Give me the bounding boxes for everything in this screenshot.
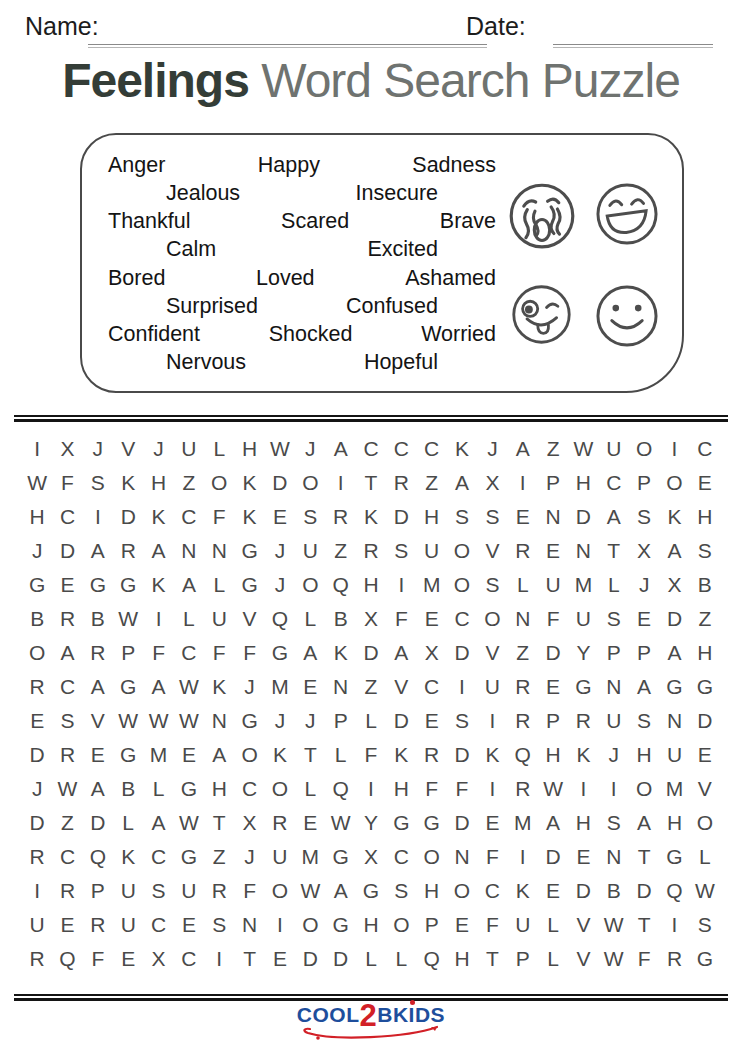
grid-cell: O xyxy=(447,568,477,602)
grid-cell: L xyxy=(538,908,568,942)
grid-cell: I xyxy=(325,466,355,500)
grid-cell: D xyxy=(629,874,659,908)
grid-cell: G xyxy=(174,840,204,874)
grid-cell: F xyxy=(356,738,386,772)
grid-cell: E xyxy=(174,908,204,942)
grid-cell: L xyxy=(690,840,720,874)
grid-cell: G xyxy=(690,942,720,976)
word-list-item: Loved xyxy=(256,266,315,291)
grid-cell: K xyxy=(477,738,507,772)
date-input-line[interactable] xyxy=(553,44,713,48)
grid-cell: D xyxy=(447,738,477,772)
word-list-item: Thankful xyxy=(108,209,190,234)
grid-cell: N xyxy=(234,908,264,942)
grid-cell: U xyxy=(174,432,204,466)
grid-cell: S xyxy=(447,704,477,738)
grid-cell: S xyxy=(52,704,82,738)
grid-cell: S xyxy=(690,534,720,568)
grid-cell: E xyxy=(417,704,447,738)
grid-cell: M xyxy=(265,670,295,704)
logo-i-dot xyxy=(410,1000,415,1005)
grid-cell: R xyxy=(508,772,538,806)
grid-cell: Z xyxy=(508,636,538,670)
grid-cell: H xyxy=(629,738,659,772)
grid-cell: T xyxy=(204,806,234,840)
grid-cell: P xyxy=(599,636,629,670)
grid-cell: O xyxy=(629,772,659,806)
word-list-item: Confused xyxy=(346,294,438,319)
grid-cell: Z xyxy=(690,602,720,636)
logo-ds: DS xyxy=(415,1003,445,1026)
word-list: AngerHappySadnessJealousInsecureThankful… xyxy=(108,151,496,379)
grid-cell: C xyxy=(174,636,204,670)
grid-cell: F xyxy=(52,466,82,500)
brand-logo: COOL2BKIDS xyxy=(296,1002,446,1041)
grid-cell: M xyxy=(568,568,598,602)
grid-cell: W xyxy=(599,908,629,942)
word-list-item: Calm xyxy=(166,237,216,262)
grid-cell: A xyxy=(659,636,689,670)
grid-cell: I xyxy=(386,568,416,602)
grid-cell: F xyxy=(629,942,659,976)
grid-cell: E xyxy=(508,500,538,534)
word-row: BoredLovedAshamed xyxy=(108,266,496,291)
logo-two: 2 xyxy=(360,998,378,1033)
grid-cell: L xyxy=(113,806,143,840)
grid-cell: D xyxy=(325,942,355,976)
grid-cell: M xyxy=(417,568,447,602)
grid-cell: X xyxy=(52,432,82,466)
grid-cell: W xyxy=(113,704,143,738)
grid-cell: K xyxy=(113,840,143,874)
grid-cell: W xyxy=(174,704,204,738)
grid-cell: F xyxy=(477,840,507,874)
grid-cell: C xyxy=(447,602,477,636)
emoji-panel xyxy=(496,151,664,379)
grid-cell: H xyxy=(690,636,720,670)
grid-cell: P xyxy=(538,704,568,738)
grid-cell: N xyxy=(568,534,598,568)
grid-cell: O xyxy=(447,874,477,908)
grid-cell: R xyxy=(22,670,52,704)
grid-cell: Y xyxy=(568,636,598,670)
grid-cell: S xyxy=(599,806,629,840)
grid-cell: K xyxy=(143,500,173,534)
grid-cell: D xyxy=(538,636,568,670)
grid-cell: J xyxy=(629,568,659,602)
grid-cell: A xyxy=(143,806,173,840)
grid-cell: I xyxy=(83,500,113,534)
grid-cell: S xyxy=(386,874,416,908)
grid-cell: S xyxy=(629,500,659,534)
grid-cell: Q xyxy=(52,942,82,976)
grid-cell: D xyxy=(659,602,689,636)
grid-cell: S xyxy=(83,466,113,500)
grid-cell: P xyxy=(83,874,113,908)
grid-cell: R xyxy=(508,704,538,738)
grid-cell: R xyxy=(113,534,143,568)
grid-cell: C xyxy=(690,432,720,466)
grid-cell: A xyxy=(83,772,113,806)
grid-cell: L xyxy=(143,772,173,806)
grid-cell: O xyxy=(386,908,416,942)
grid-cell: R xyxy=(568,704,598,738)
grid-cell: U xyxy=(599,704,629,738)
grid-cell: J xyxy=(295,704,325,738)
grid-cell: L xyxy=(204,432,234,466)
grid-cell: W xyxy=(325,806,355,840)
grid-cell: L xyxy=(356,704,386,738)
grid-cell: I xyxy=(143,602,173,636)
grid-cell: U xyxy=(417,534,447,568)
grid-cell: A xyxy=(629,670,659,704)
grid-cell: E xyxy=(52,568,82,602)
word-list-item: Nervous xyxy=(166,350,246,375)
logo-bk: BK xyxy=(377,1003,408,1026)
grid-cell: D xyxy=(568,500,598,534)
grid-cell: P xyxy=(325,704,355,738)
grid-cell: K xyxy=(234,466,264,500)
grid-cell: E xyxy=(113,942,143,976)
grid-cell: R xyxy=(22,840,52,874)
grid-cell: H xyxy=(417,874,447,908)
grid-cell: C xyxy=(477,874,507,908)
grid-cell: B xyxy=(22,602,52,636)
grid-cell: B xyxy=(83,602,113,636)
grid-cell: S xyxy=(386,534,416,568)
grid-cell: A xyxy=(447,466,477,500)
grid-cell: J xyxy=(295,432,325,466)
grid-cell: F xyxy=(234,636,264,670)
grid-cell: E xyxy=(52,908,82,942)
letter-grid: IXJVJULHWJACCCKJAZWUOICWFSKHZOKDOITRZAXI… xyxy=(22,432,720,976)
word-list-item: Shocked xyxy=(269,322,353,347)
grid-cell: S xyxy=(295,500,325,534)
grid-cell: F xyxy=(83,942,113,976)
grid-cell: I xyxy=(568,772,598,806)
word-list-item: Jealous xyxy=(166,181,240,206)
grid-cell: P xyxy=(113,636,143,670)
grid-cell: O xyxy=(629,432,659,466)
grid-cell: W xyxy=(295,874,325,908)
grid-cell: L xyxy=(386,942,416,976)
grid-cell: A xyxy=(629,806,659,840)
grid-cell: E xyxy=(477,806,507,840)
grid-cell: A xyxy=(386,636,416,670)
grid-cell: I xyxy=(508,840,538,874)
grid-cell: O xyxy=(22,636,52,670)
grid-cell: A xyxy=(508,432,538,466)
grid-cell: W xyxy=(113,602,143,636)
grid-cell: V xyxy=(386,670,416,704)
grid-cell: O xyxy=(295,568,325,602)
grid-cell: F xyxy=(386,602,416,636)
grid-cell: P xyxy=(417,908,447,942)
grid-cell: C xyxy=(356,432,386,466)
grid-cell: G xyxy=(113,670,143,704)
grid-cell: Q xyxy=(325,772,355,806)
grid-cell: D xyxy=(447,806,477,840)
name-input-line[interactable] xyxy=(88,44,487,48)
grid-cell: L xyxy=(295,602,325,636)
grid-cell: K xyxy=(659,500,689,534)
grid-cell: A xyxy=(143,670,173,704)
grid-cell: P xyxy=(538,466,568,500)
grid-cell: A xyxy=(204,738,234,772)
grid-cell: G xyxy=(356,874,386,908)
word-row: NervousHopeful xyxy=(108,350,496,375)
grid-cell: R xyxy=(356,534,386,568)
footer: COOL2BKIDS xyxy=(0,1002,742,1041)
grid-cell: C xyxy=(143,908,173,942)
logo-i: I xyxy=(409,1002,415,1028)
word-list-item: Happy xyxy=(258,153,320,178)
grid-top-rule xyxy=(14,415,728,422)
word-row: ThankfulScaredBrave xyxy=(108,209,496,234)
grid-cell: A xyxy=(295,636,325,670)
grid-cell: G xyxy=(234,568,264,602)
grid-cell: C xyxy=(143,840,173,874)
grid-cell: K xyxy=(325,636,355,670)
grid-cell: G xyxy=(265,636,295,670)
grid-cell: U xyxy=(295,534,325,568)
grid-cell: G xyxy=(690,670,720,704)
grid-cell: P xyxy=(508,942,538,976)
grid-cell: D xyxy=(690,704,720,738)
grid-cell: X xyxy=(659,568,689,602)
grid-cell: T xyxy=(629,840,659,874)
grid-cell: J xyxy=(265,534,295,568)
grid-cell: Z xyxy=(52,806,82,840)
grid-cell: E xyxy=(690,738,720,772)
grid-cell: Q xyxy=(83,840,113,874)
grid-cell: W xyxy=(143,704,173,738)
grid-cell: N xyxy=(325,670,355,704)
grid-cell: I xyxy=(659,908,689,942)
grid-cell: O xyxy=(295,908,325,942)
grid-cell: D xyxy=(265,466,295,500)
grid-cell: Q xyxy=(325,568,355,602)
grid-cell: B xyxy=(113,772,143,806)
word-list-item: Excited xyxy=(367,237,438,262)
grid-cell: Q xyxy=(659,874,689,908)
grid-cell: C xyxy=(174,500,204,534)
word-row: AngerHappySadness xyxy=(108,153,496,178)
grid-cell: K xyxy=(386,738,416,772)
grid-cell: C xyxy=(417,432,447,466)
grid-cell: A xyxy=(325,432,355,466)
grid-cell: X xyxy=(143,942,173,976)
word-list-item: Ashamed xyxy=(405,266,496,291)
grid-cell: U xyxy=(659,738,689,772)
grid-cell: N xyxy=(447,840,477,874)
grid-cell: N xyxy=(174,534,204,568)
grid-cell: T xyxy=(477,942,507,976)
grid-cell: W xyxy=(52,772,82,806)
grid-cell: L xyxy=(204,568,234,602)
word-list-item: Hopeful xyxy=(364,350,438,375)
word-row: ConfidentShockedWorried xyxy=(108,322,496,347)
grid-cell: Z xyxy=(356,670,386,704)
grid-cell: U xyxy=(538,568,568,602)
grid-cell: X xyxy=(356,840,386,874)
grid-cell: V xyxy=(568,942,598,976)
grid-cell: Z xyxy=(174,466,204,500)
grid-cell: E xyxy=(538,874,568,908)
grid-cell: B xyxy=(690,568,720,602)
grid-cell: W xyxy=(174,670,204,704)
grid-cell: K xyxy=(234,500,264,534)
grid-cell: H xyxy=(447,942,477,976)
word-list-item: Worried xyxy=(421,322,496,347)
title-secondary: Word Search Puzzle xyxy=(249,54,680,107)
grid-cell: Q xyxy=(508,738,538,772)
grid-cell: M xyxy=(508,806,538,840)
word-list-box: AngerHappySadnessJealousInsecureThankful… xyxy=(80,133,684,393)
grid-cell: I xyxy=(599,772,629,806)
grid-cell: E xyxy=(690,466,720,500)
grid-cell: K xyxy=(204,670,234,704)
word-list-item: Scared xyxy=(281,209,349,234)
grid-cell: D xyxy=(113,500,143,534)
grid-cell: R xyxy=(417,738,447,772)
grid-cell: H xyxy=(568,466,598,500)
grid-cell: D xyxy=(295,942,325,976)
grid-cell: R xyxy=(508,534,538,568)
grid-cell: W xyxy=(690,874,720,908)
grid-cell: J xyxy=(22,534,52,568)
grid-cell: E xyxy=(538,670,568,704)
grid-cell: R xyxy=(386,466,416,500)
grid-cell: X xyxy=(477,466,507,500)
grid-cell: G xyxy=(386,806,416,840)
grid-cell: I xyxy=(22,874,52,908)
grid-cell: E xyxy=(265,942,295,976)
grid-cell: P xyxy=(629,636,659,670)
grid-cell: X xyxy=(629,534,659,568)
grid-cell: X xyxy=(234,806,264,840)
word-row: CalmExcited xyxy=(108,237,496,262)
grid-cell: G xyxy=(83,568,113,602)
word-row: JealousInsecure xyxy=(108,181,496,206)
grid-cell: I xyxy=(356,772,386,806)
grid-cell: J xyxy=(234,840,264,874)
grid-cell: J xyxy=(599,738,629,772)
grid-cell: U xyxy=(174,874,204,908)
grid-cell: F xyxy=(143,636,173,670)
grid-cell: O xyxy=(204,466,234,500)
grid-cell: S xyxy=(629,704,659,738)
grid-cell: M xyxy=(659,772,689,806)
grid-cell: B xyxy=(325,602,355,636)
grid-cell: G xyxy=(659,670,689,704)
grid-cell: T xyxy=(295,738,325,772)
grid-cell: J xyxy=(143,432,173,466)
grid-cell: C xyxy=(174,942,204,976)
grid-cell: H xyxy=(143,466,173,500)
grid-cell: H xyxy=(538,738,568,772)
grid-cell: T xyxy=(234,942,264,976)
word-list-item: Bored xyxy=(108,266,165,291)
grid-cell: I xyxy=(477,772,507,806)
grid-cell: J xyxy=(234,670,264,704)
grid-cell: E xyxy=(629,602,659,636)
grid-cell: R xyxy=(83,908,113,942)
grid-cell: C xyxy=(234,772,264,806)
grid-cell: U xyxy=(113,908,143,942)
word-list-item: Insecure xyxy=(356,181,438,206)
grid-cell: W xyxy=(174,806,204,840)
grid-cell: D xyxy=(52,534,82,568)
grid-cell: U xyxy=(477,670,507,704)
grid-cell: A xyxy=(52,636,82,670)
grid-cell: D xyxy=(356,636,386,670)
grid-cell: F xyxy=(234,874,264,908)
smiling-face-icon xyxy=(594,283,660,349)
grid-cell: I xyxy=(447,670,477,704)
grid-cell: R xyxy=(52,738,82,772)
grid-cell: G xyxy=(174,772,204,806)
grid-cell: E xyxy=(295,670,325,704)
grid-cell: U xyxy=(265,840,295,874)
grid-cell: A xyxy=(83,670,113,704)
grid-cell: E xyxy=(568,840,598,874)
grid-cell: Q xyxy=(265,602,295,636)
grid-cell: V xyxy=(477,534,507,568)
grid-cell: J xyxy=(477,432,507,466)
grid-cell: N xyxy=(538,500,568,534)
grid-cell: G xyxy=(325,840,355,874)
grid-cell: D xyxy=(22,738,52,772)
grid-cell: H xyxy=(234,432,264,466)
grid-cell: Z xyxy=(204,840,234,874)
grid-cell: C xyxy=(386,840,416,874)
grid-cell: L xyxy=(295,772,325,806)
grid-cell: R xyxy=(52,602,82,636)
grid-cell: N xyxy=(599,840,629,874)
grid-cell: O xyxy=(690,806,720,840)
grid-cell: T xyxy=(599,534,629,568)
grid-cell: J xyxy=(265,704,295,738)
grid-cell: E xyxy=(417,602,447,636)
grid-cell: G xyxy=(113,738,143,772)
page-title: Feelings Word Search Puzzle xyxy=(0,53,742,108)
grid-cell: O xyxy=(477,602,507,636)
grid-cell: G xyxy=(659,840,689,874)
grid-cell: T xyxy=(629,908,659,942)
grid-cell: W xyxy=(568,432,598,466)
grid-cell: L xyxy=(599,568,629,602)
grid-cell: N xyxy=(599,670,629,704)
grid-cell: D xyxy=(568,874,598,908)
grid-cell: Y xyxy=(356,806,386,840)
grid-cell: S xyxy=(690,908,720,942)
grid-cell: C xyxy=(386,432,416,466)
grid-cell: F xyxy=(538,602,568,636)
grid-cell: U xyxy=(113,874,143,908)
word-list-item: Sadness xyxy=(412,153,496,178)
grid-cell: R xyxy=(325,500,355,534)
grid-cell: U xyxy=(568,602,598,636)
grid-cell: L xyxy=(538,942,568,976)
word-list-item: Anger xyxy=(108,153,165,178)
grid-cell: H xyxy=(659,806,689,840)
grid-cell: J xyxy=(22,772,52,806)
grid-cell: S xyxy=(599,602,629,636)
grid-cell: A xyxy=(325,874,355,908)
grid-cell: S xyxy=(477,568,507,602)
grid-cell: A xyxy=(83,534,113,568)
